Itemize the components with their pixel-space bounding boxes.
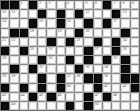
white-cell-r8c8[interactable] xyxy=(66,65,74,73)
white-cell-r4c5[interactable] xyxy=(38,29,46,37)
black-cell-r12c1 xyxy=(1,102,9,110)
black-cell-r1c12 xyxy=(103,1,111,9)
clue-number: 42 xyxy=(122,84,126,88)
clue-number: 10 xyxy=(2,10,6,14)
white-cell-r1c15[interactable]: 9 xyxy=(131,1,139,9)
white-cell-r10c2[interactable] xyxy=(10,84,18,92)
black-cell-r11c10 xyxy=(84,93,92,101)
clue-number: 16 xyxy=(67,19,71,23)
white-cell-r7c7[interactable] xyxy=(57,56,65,64)
white-cell-r5c15[interactable] xyxy=(131,38,139,46)
black-cell-r8c14 xyxy=(121,65,129,73)
white-cell-r8c13[interactable] xyxy=(112,65,120,73)
crossword-puzzle: 1234567891011121314151617181920212223242… xyxy=(0,0,140,111)
black-cell-r4c3 xyxy=(20,29,28,37)
white-cell-r11c3[interactable]: 44 xyxy=(20,93,28,101)
white-cell-r11c14[interactable] xyxy=(121,93,129,101)
clue-number: 40 xyxy=(67,84,71,88)
white-cell-r5c7[interactable] xyxy=(57,38,65,46)
clue-number: 12 xyxy=(85,10,89,14)
white-cell-r3c11[interactable] xyxy=(94,19,102,27)
black-cell-r6c13 xyxy=(112,47,120,55)
black-cell-r4c2 xyxy=(10,29,18,37)
white-cell-r5c3[interactable] xyxy=(20,38,28,46)
black-cell-r6c1 xyxy=(1,47,9,55)
white-cell-r2c8[interactable] xyxy=(66,10,74,18)
black-cell-r1c4 xyxy=(29,1,37,9)
white-cell-r6c12[interactable] xyxy=(103,47,111,55)
white-cell-r9c6[interactable] xyxy=(47,74,55,82)
clue-number: 21 xyxy=(2,38,6,42)
white-cell-r9c9[interactable]: 38 xyxy=(75,74,83,82)
black-cell-r4c9 xyxy=(75,29,83,37)
white-cell-r9c2[interactable]: 36 xyxy=(10,74,18,82)
white-cell-r5c10[interactable] xyxy=(84,38,92,46)
black-cell-r2c5 xyxy=(38,10,46,18)
clue-number: 41 xyxy=(104,84,108,88)
white-cell-r10c4[interactable] xyxy=(29,84,37,92)
white-cell-r7c3[interactable] xyxy=(20,56,28,64)
white-cell-r5c2[interactable]: 22 xyxy=(10,38,18,46)
white-cell-r1c7[interactable] xyxy=(57,1,65,9)
black-cell-r1c2 xyxy=(10,1,18,9)
white-cell-r6c4[interactable]: 25 xyxy=(29,47,37,55)
black-cell-r5c13 xyxy=(112,38,120,46)
white-cell-r2c10[interactable]: 12 xyxy=(84,10,92,18)
white-cell-r12c6[interactable] xyxy=(47,102,55,110)
white-cell-r11c9[interactable] xyxy=(75,93,83,101)
clue-number: 14 xyxy=(2,19,6,23)
white-cell-r7c13[interactable]: 31 xyxy=(112,56,120,64)
white-cell-r3c1[interactable]: 14 xyxy=(1,19,9,27)
white-cell-r2c15[interactable] xyxy=(131,10,139,18)
white-cell-r12c15[interactable] xyxy=(131,102,139,110)
white-cell-r2c12[interactable] xyxy=(103,10,111,18)
white-cell-r5c9[interactable]: 23 xyxy=(75,38,83,46)
black-cell-r8c2 xyxy=(10,65,18,73)
white-cell-r5c4[interactable] xyxy=(29,38,37,46)
white-cell-r12c14[interactable] xyxy=(121,102,129,110)
clue-number: 45 xyxy=(39,93,43,97)
black-cell-r8c4 xyxy=(29,65,37,73)
white-cell-r11c11[interactable]: 47 xyxy=(94,93,102,101)
black-cell-r10c11 xyxy=(94,84,102,92)
clue-number: 39 xyxy=(104,74,108,78)
black-cell-r3c12 xyxy=(103,19,111,27)
clue-number: 26 xyxy=(48,47,52,51)
white-cell-r4c11[interactable] xyxy=(94,29,102,37)
white-cell-r1c11[interactable]: 6 xyxy=(94,1,102,9)
white-cell-r3c6[interactable] xyxy=(47,19,55,27)
white-cell-r12c12[interactable] xyxy=(103,102,111,110)
clue-number: 13 xyxy=(122,10,126,14)
clue-number: 15 xyxy=(39,19,43,23)
white-cell-r5c12[interactable] xyxy=(103,38,111,46)
white-cell-r12c9[interactable] xyxy=(75,102,83,110)
black-cell-r10c15 xyxy=(131,84,139,92)
white-cell-r5c5[interactable] xyxy=(38,38,46,46)
white-cell-r10c12[interactable]: 41 xyxy=(103,84,111,92)
black-cell-r9c5 xyxy=(38,74,46,82)
white-cell-r4c13[interactable] xyxy=(112,29,120,37)
clue-number: 47 xyxy=(95,93,99,97)
white-cell-r6c9[interactable] xyxy=(75,47,83,55)
white-cell-r9c13[interactable] xyxy=(112,74,120,82)
black-cell-r9c10 xyxy=(84,74,92,82)
clue-number: 22 xyxy=(11,38,15,42)
clue-number: 5 xyxy=(85,1,87,5)
clue-number: 37 xyxy=(67,74,71,78)
black-cell-r7c14 xyxy=(121,56,129,64)
white-cell-r10c6[interactable] xyxy=(47,84,55,92)
white-cell-r1c8[interactable]: 4 xyxy=(66,1,74,9)
white-cell-r4c1[interactable] xyxy=(1,29,9,37)
black-cell-r3c10 xyxy=(84,19,92,27)
white-cell-r8c11[interactable] xyxy=(94,65,102,73)
white-cell-r2c4[interactable] xyxy=(29,10,37,18)
clue-number: 36 xyxy=(11,74,15,78)
white-cell-r4c12[interactable] xyxy=(103,29,111,37)
black-cell-r12c8 xyxy=(66,102,74,110)
white-cell-r11c5[interactable]: 45 xyxy=(38,93,46,101)
clue-number: 23 xyxy=(76,38,80,42)
black-cell-r7c8 xyxy=(66,56,74,64)
white-cell-r3c5[interactable]: 15 xyxy=(38,19,46,27)
clue-number: 30 xyxy=(48,56,52,60)
clue-number: 31 xyxy=(113,56,117,60)
black-cell-r9c15 xyxy=(131,74,139,82)
white-cell-r6c2[interactable] xyxy=(10,47,18,55)
white-cell-r3c14[interactable] xyxy=(121,19,129,27)
white-cell-r5c1[interactable]: 21 xyxy=(1,38,9,46)
white-cell-r8c15[interactable] xyxy=(131,65,139,73)
white-cell-r9c3[interactable] xyxy=(20,74,28,82)
clue-number: 35 xyxy=(2,74,6,78)
white-cell-r7c15[interactable] xyxy=(131,56,139,64)
white-cell-r8c7[interactable] xyxy=(57,65,65,73)
black-cell-r7c5 xyxy=(38,56,46,64)
black-cell-r12c10 xyxy=(84,102,92,110)
black-cell-r9c14 xyxy=(121,74,129,82)
clue-number: 25 xyxy=(30,47,34,51)
white-cell-r3c8[interactable]: 16 xyxy=(66,19,74,27)
clue-number: 38 xyxy=(76,74,80,78)
clue-number: 17 xyxy=(113,19,117,23)
white-cell-r9c1[interactable]: 35 xyxy=(1,74,9,82)
white-cell-r1c5[interactable]: 2 xyxy=(38,1,46,9)
white-cell-r6c8[interactable] xyxy=(66,47,74,55)
black-cell-r10c5 xyxy=(38,84,46,92)
black-cell-r5c6 xyxy=(47,38,55,46)
white-cell-r12c4[interactable] xyxy=(29,102,37,110)
white-cell-r6c11[interactable]: 27 xyxy=(94,47,102,55)
clue-number: 6 xyxy=(95,1,97,5)
black-cell-r3c4 xyxy=(29,19,37,27)
white-cell-r8c5[interactable]: 32 xyxy=(38,65,46,73)
white-cell-r3c13[interactable]: 17 xyxy=(112,19,120,27)
white-cell-r7c1[interactable]: 29 xyxy=(1,56,9,64)
white-cell-r8c6[interactable] xyxy=(47,65,55,73)
black-cell-r1c1 xyxy=(1,1,9,9)
white-cell-r2c14[interactable]: 13 xyxy=(121,10,129,18)
white-cell-r11c8[interactable] xyxy=(66,93,74,101)
white-cell-r6c6[interactable]: 26 xyxy=(47,47,55,55)
white-cell-r12c5[interactable] xyxy=(38,102,46,110)
clue-number: 50 xyxy=(95,102,99,106)
black-cell-r4c14 xyxy=(121,29,129,37)
white-cell-r10c9[interactable] xyxy=(75,84,83,92)
white-cell-r4c7[interactable]: 19 xyxy=(57,29,65,37)
white-cell-r3c15[interactable] xyxy=(131,19,139,27)
black-cell-r9c7 xyxy=(57,74,65,82)
white-cell-r11c15[interactable] xyxy=(131,93,139,101)
white-cell-r4c15[interactable] xyxy=(131,29,139,37)
white-cell-r1c6[interactable]: 3 xyxy=(47,1,55,9)
white-cell-r2c2[interactable]: 11 xyxy=(10,10,18,18)
clue-number: 18 xyxy=(30,29,34,33)
black-cell-r6c10 xyxy=(84,47,92,55)
white-cell-r12c11[interactable]: 50 xyxy=(94,102,102,110)
white-cell-r5c14[interactable]: 24 xyxy=(121,38,129,46)
white-cell-r3c9[interactable] xyxy=(75,19,83,27)
white-cell-r12c2[interactable]: 49 xyxy=(10,102,18,110)
black-cell-r3c7 xyxy=(57,19,65,27)
white-cell-r1c14[interactable]: 8 xyxy=(121,1,129,9)
white-cell-r7c2[interactable] xyxy=(10,56,18,64)
white-cell-r9c8[interactable]: 37 xyxy=(66,74,74,82)
clue-number: 2 xyxy=(39,1,41,5)
black-cell-r11c6 xyxy=(47,93,55,101)
black-cell-r5c8 xyxy=(66,38,74,46)
white-cell-r12c7[interactable] xyxy=(57,102,65,110)
clue-number: 24 xyxy=(122,38,126,42)
white-cell-r9c12[interactable]: 39 xyxy=(103,74,111,82)
white-cell-r2c11[interactable] xyxy=(94,10,102,18)
white-cell-r1c10[interactable]: 5 xyxy=(84,1,92,9)
white-cell-r7c9[interactable] xyxy=(75,56,83,64)
clue-number: 20 xyxy=(85,29,89,33)
white-cell-r4c10[interactable]: 20 xyxy=(84,29,92,37)
white-cell-r10c13[interactable] xyxy=(112,84,120,92)
white-cell-r2c6[interactable] xyxy=(47,10,55,18)
white-cell-r11c7[interactable]: 46 xyxy=(57,93,65,101)
clue-number: 33 xyxy=(85,65,89,69)
white-cell-r4c6[interactable] xyxy=(47,29,55,37)
black-cell-r9c11 xyxy=(94,74,102,82)
white-cell-r1c3[interactable]: 1 xyxy=(20,1,28,9)
clue-number: 48 xyxy=(113,93,117,97)
clue-number: 49 xyxy=(11,102,15,106)
clue-number: 19 xyxy=(58,29,62,33)
black-cell-r2c7 xyxy=(57,10,65,18)
clue-number: 43 xyxy=(2,93,6,97)
white-cell-r6c15[interactable] xyxy=(131,47,139,55)
white-cell-r12c3[interactable] xyxy=(20,102,28,110)
black-cell-r10c3 xyxy=(20,84,28,92)
clue-number: 1 xyxy=(21,1,23,5)
white-cell-r1c13[interactable]: 7 xyxy=(112,1,120,9)
white-cell-r11c2[interactable] xyxy=(10,93,18,101)
white-cell-r10c14[interactable]: 42 xyxy=(121,84,129,92)
black-cell-r7c10 xyxy=(84,56,92,64)
white-cell-r6c5[interactable] xyxy=(38,47,46,55)
white-cell-r3c2[interactable] xyxy=(10,19,18,27)
white-cell-r3c3[interactable] xyxy=(20,19,28,27)
white-cell-r11c13[interactable]: 48 xyxy=(112,93,120,101)
crossword-board: 1234567891011121314151617181920212223242… xyxy=(0,0,140,111)
white-cell-r7c4[interactable] xyxy=(29,56,37,64)
black-cell-r6c3 xyxy=(20,47,28,55)
white-cell-r6c7[interactable] xyxy=(57,47,65,55)
clue-number: 34 xyxy=(104,65,108,69)
black-cell-r2c9 xyxy=(75,10,83,18)
white-cell-r2c1[interactable]: 10 xyxy=(1,10,9,18)
black-cell-r8c9 xyxy=(75,65,83,73)
clue-number: 44 xyxy=(21,93,25,97)
black-cell-r5c11 xyxy=(94,38,102,46)
white-cell-r10c10[interactable] xyxy=(84,84,92,92)
white-cell-r4c4[interactable]: 18 xyxy=(29,29,37,37)
black-cell-r10c1 xyxy=(1,84,9,92)
black-cell-r10c7 xyxy=(57,84,65,92)
white-cell-r8c3[interactable] xyxy=(20,65,28,73)
clue-number: 28 xyxy=(122,47,126,51)
white-cell-r7c6[interactable]: 30 xyxy=(47,56,55,64)
white-cell-r4c8[interactable] xyxy=(66,29,74,37)
white-cell-r1c9[interactable] xyxy=(75,1,83,9)
clue-number: 27 xyxy=(95,47,99,51)
clue-number: 11 xyxy=(11,10,15,14)
white-cell-r10c8[interactable]: 40 xyxy=(66,84,74,92)
clue-number: 46 xyxy=(58,93,62,97)
clue-number: 4 xyxy=(67,1,69,5)
black-cell-r2c13 xyxy=(112,10,120,18)
white-cell-r6c14[interactable]: 28 xyxy=(121,47,129,55)
white-cell-r11c1[interactable]: 43 xyxy=(1,93,9,101)
white-cell-r12c13[interactable] xyxy=(112,102,120,110)
clue-number: 9 xyxy=(132,1,134,5)
white-cell-r7c11[interactable] xyxy=(94,56,102,64)
clue-number: 32 xyxy=(39,65,43,69)
black-cell-r11c4 xyxy=(29,93,37,101)
white-cell-r8c1[interactable] xyxy=(1,65,9,73)
clue-number: 29 xyxy=(2,56,6,60)
clue-number: 3 xyxy=(48,1,50,5)
white-cell-r8c12[interactable]: 34 xyxy=(103,65,111,73)
white-cell-r8c10[interactable]: 33 xyxy=(84,65,92,73)
white-cell-r2c3[interactable] xyxy=(20,10,28,18)
black-cell-r7c12 xyxy=(103,56,111,64)
clue-number: 8 xyxy=(122,1,124,5)
black-cell-r11c12 xyxy=(103,93,111,101)
clue-number: 7 xyxy=(113,1,115,5)
white-cell-r9c4[interactable] xyxy=(29,74,37,82)
